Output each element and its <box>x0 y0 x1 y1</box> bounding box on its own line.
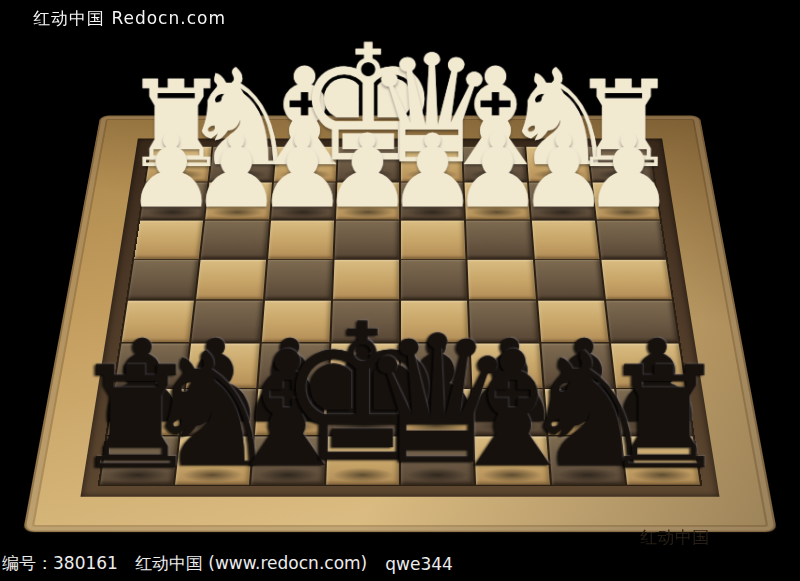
stock-photo-page: 红动中国 Redocn.com ♜♞♝♚♛♝♞♜♟♟♟♟♟♟♟♟♟♟♟♟♟♟♟♟… <box>0 0 800 581</box>
square-d3[interactable] <box>401 220 466 258</box>
square-c3[interactable] <box>466 220 532 258</box>
site-name: 红动中国 (www.redocn.com) <box>135 552 367 575</box>
square-b4[interactable] <box>534 260 603 300</box>
piece-white-pawn[interactable]: ♟ <box>583 121 674 222</box>
watermark-top-left: 红动中国 Redocn.com <box>33 7 226 30</box>
square-e3[interactable] <box>334 220 399 258</box>
square-b3[interactable] <box>531 220 599 258</box>
square-g3[interactable] <box>201 220 269 258</box>
chessboard-scene: ♜♞♝♚♛♝♞♜♟♟♟♟♟♟♟♟♟♟♟♟♟♟♟♟♜♞♝♚♛♝♞♜ <box>66 0 734 546</box>
footer-bar: 编号：380161 红动中国 (www.redocn.com) qwe344 <box>0 546 800 581</box>
chessboard: ♜♞♝♚♛♝♞♜♟♟♟♟♟♟♟♟♟♟♟♟♟♟♟♟♜♞♝♚♛♝♞♜ <box>23 115 777 532</box>
board-grid: ♜♞♝♚♛♝♞♜♟♟♟♟♟♟♟♟♟♟♟♟♟♟♟♟♜♞♝♚♛♝♞♜ <box>98 146 703 486</box>
square-a4[interactable] <box>601 260 672 300</box>
photo: 红动中国 Redocn.com ♜♞♝♚♛♝♞♜♟♟♟♟♟♟♟♟♟♟♟♟♟♟♟♟… <box>0 0 800 546</box>
watermark-board: 红动中国 Redocn.com <box>640 526 800 546</box>
square-a3[interactable] <box>597 220 666 258</box>
square-a2[interactable]: ♟ <box>592 183 659 219</box>
user-code: qwe344 <box>385 554 453 574</box>
square-h4[interactable] <box>128 260 199 300</box>
square-g4[interactable] <box>196 260 265 300</box>
square-h3[interactable] <box>134 220 203 258</box>
square-c4[interactable] <box>468 260 536 300</box>
square-f3[interactable] <box>268 220 334 258</box>
photo-id: 编号：380161 <box>2 552 118 575</box>
square-a8[interactable]: ♜ <box>621 436 700 484</box>
piece-black-rook[interactable]: ♜ <box>601 348 728 489</box>
